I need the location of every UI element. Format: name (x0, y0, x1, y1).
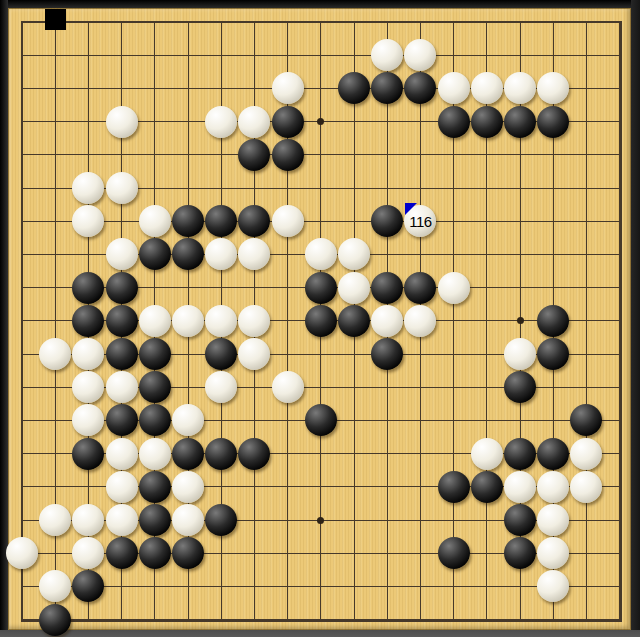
stone-white[interactable] (504, 338, 536, 370)
stone-black[interactable] (106, 272, 138, 304)
stone-black[interactable] (471, 471, 503, 503)
stone-white[interactable] (205, 305, 237, 337)
stone-white[interactable] (471, 72, 503, 104)
stone-white[interactable] (570, 471, 602, 503)
stone-black[interactable] (238, 139, 270, 171)
stone-black[interactable] (72, 305, 104, 337)
stone-black[interactable] (504, 371, 536, 403)
stone-white[interactable] (570, 438, 602, 470)
move-number-label: 116 (404, 205, 436, 237)
stone-white[interactable] (438, 272, 470, 304)
stone-black[interactable] (72, 272, 104, 304)
stone-white[interactable] (338, 272, 370, 304)
stone-white[interactable] (404, 305, 436, 337)
stone-black[interactable] (106, 404, 138, 436)
window-frame-top (0, 0, 640, 8)
stone-black[interactable] (537, 305, 569, 337)
star-point (317, 517, 324, 524)
stone-black[interactable] (272, 139, 304, 171)
stone-black[interactable] (438, 471, 470, 503)
stone-black[interactable] (338, 305, 370, 337)
stone-white[interactable] (106, 371, 138, 403)
stone-black[interactable] (537, 338, 569, 370)
stone-black[interactable] (139, 471, 171, 503)
stone-black[interactable] (72, 438, 104, 470)
stone-black[interactable] (205, 338, 237, 370)
stone-white[interactable] (106, 438, 138, 470)
stone-white[interactable] (139, 438, 171, 470)
stone-black[interactable] (272, 106, 304, 138)
stone-black[interactable] (438, 106, 470, 138)
stone-white[interactable] (106, 471, 138, 503)
stone-black[interactable] (305, 272, 337, 304)
stone-black[interactable] (438, 537, 470, 569)
stone-black[interactable] (371, 272, 403, 304)
stone-white[interactable] (139, 205, 171, 237)
stone-white[interactable] (272, 205, 304, 237)
stone-white[interactable] (106, 504, 138, 536)
stone-white[interactable] (6, 537, 38, 569)
stone-black[interactable] (139, 537, 171, 569)
stone-black[interactable] (205, 438, 237, 470)
stone-white[interactable] (537, 504, 569, 536)
stone-black[interactable] (106, 537, 138, 569)
stone-white[interactable]: 116 (404, 205, 436, 237)
stone-white[interactable] (471, 438, 503, 470)
stone-white[interactable] (371, 305, 403, 337)
stone-white[interactable] (172, 305, 204, 337)
stone-white[interactable] (172, 504, 204, 536)
square-marker (45, 9, 66, 30)
stone-black[interactable] (172, 205, 204, 237)
stone-white[interactable] (272, 371, 304, 403)
stone-white[interactable] (537, 471, 569, 503)
stone-black[interactable] (139, 504, 171, 536)
stone-white[interactable] (272, 72, 304, 104)
window-frame-bottom (0, 630, 640, 637)
stone-black[interactable] (172, 438, 204, 470)
window-frame-right (631, 0, 640, 637)
stone-black[interactable] (139, 371, 171, 403)
go-board[interactable]: 116 (8, 8, 631, 630)
stone-black[interactable] (106, 338, 138, 370)
stone-black[interactable] (371, 338, 403, 370)
stone-white[interactable] (106, 238, 138, 270)
stone-white[interactable] (106, 106, 138, 138)
stone-black[interactable] (504, 106, 536, 138)
go-app-window: 116 (0, 0, 640, 637)
stone-black[interactable] (305, 305, 337, 337)
stone-black[interactable] (139, 238, 171, 270)
window-frame-left (0, 0, 8, 637)
stone-black[interactable] (205, 504, 237, 536)
stone-black[interactable] (471, 106, 503, 138)
stone-white[interactable] (39, 338, 71, 370)
stone-white[interactable] (438, 72, 470, 104)
stone-black[interactable] (139, 404, 171, 436)
stone-black[interactable] (305, 404, 337, 436)
stone-black[interactable] (404, 272, 436, 304)
stone-white[interactable] (305, 238, 337, 270)
stone-black[interactable] (172, 537, 204, 569)
stone-black[interactable] (537, 106, 569, 138)
stone-white[interactable] (504, 471, 536, 503)
stone-white[interactable] (238, 305, 270, 337)
stone-black[interactable] (39, 604, 71, 636)
stone-white[interactable] (205, 106, 237, 138)
stone-black[interactable] (504, 504, 536, 536)
stone-white[interactable] (106, 172, 138, 204)
star-point (517, 317, 524, 324)
stone-white[interactable] (139, 305, 171, 337)
stone-black[interactable] (537, 438, 569, 470)
stone-black[interactable] (106, 305, 138, 337)
stone-white[interactable] (39, 504, 71, 536)
stone-black[interactable] (504, 438, 536, 470)
stone-black[interactable] (139, 338, 171, 370)
stone-black[interactable] (504, 537, 536, 569)
stone-white[interactable] (172, 471, 204, 503)
stone-white[interactable] (238, 106, 270, 138)
stone-black[interactable] (238, 438, 270, 470)
